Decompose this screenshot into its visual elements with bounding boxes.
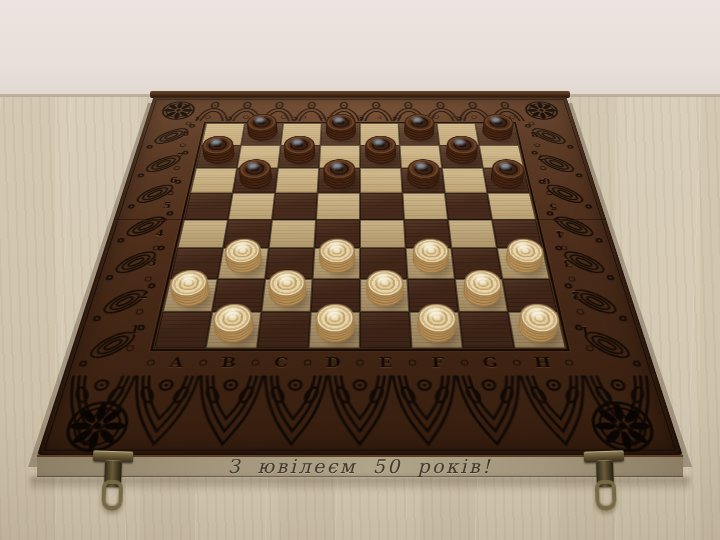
light-piece-d3[interactable]: [319, 251, 355, 276]
light-piece-f3[interactable]: [411, 251, 448, 276]
checkers-board: AABBCCDDEEFFGGHH1122334455667788: [37, 97, 683, 455]
dark-piece-b8[interactable]: [246, 126, 278, 143]
dark-piece-d8[interactable]: [325, 126, 355, 143]
file-label-d-top: D: [337, 114, 344, 119]
carved-ring-dot: [395, 115, 401, 118]
file-label-b-top: B: [261, 114, 268, 119]
light-piece-d1[interactable]: [315, 316, 354, 345]
dark-piece-f8[interactable]: [403, 126, 434, 143]
left-latch-bail: [101, 480, 123, 512]
file-label-c-top: C: [299, 114, 306, 119]
carved-ring-dot: [534, 143, 541, 147]
dark-piece-h8[interactable]: [480, 126, 513, 143]
light-piece-b3[interactable]: [224, 251, 263, 276]
rank-label-8-right: 8: [530, 131, 539, 138]
dark-piece-c7[interactable]: [283, 147, 315, 165]
left-latch: [88, 450, 137, 527]
dark-piece-g7[interactable]: [444, 147, 477, 165]
carved-ring-dot: [552, 217, 560, 222]
light-piece-c2[interactable]: [268, 282, 307, 309]
dark-piece-e7[interactable]: [365, 147, 396, 165]
carved-ring-dot: [471, 115, 478, 118]
light-piece-g2[interactable]: [461, 282, 501, 309]
file-label-f-top: F: [414, 114, 420, 119]
carved-ring-dot: [539, 166, 546, 170]
dark-piece-d6[interactable]: [323, 171, 355, 191]
light-piece-h1[interactable]: [515, 316, 559, 345]
file-label-e-top: E: [376, 114, 382, 119]
light-piece-f1[interactable]: [416, 316, 457, 345]
carved-ring-dot: [528, 122, 535, 125]
carved-ring-dot: [546, 191, 554, 195]
dark-piece-b6[interactable]: [238, 171, 272, 191]
file-label-h-top: H: [489, 114, 497, 119]
right-latch-bail: [594, 480, 616, 512]
dark-piece-h6[interactable]: [488, 171, 524, 191]
carved-ring-dot: [433, 115, 439, 118]
folding-seam-highlight: [113, 220, 606, 221]
light-piece-b1[interactable]: [213, 316, 255, 345]
carved-ring-dot: [357, 115, 363, 118]
file-label-a-top: A: [223, 114, 230, 119]
dark-piece-f6[interactable]: [406, 171, 439, 191]
dark-piece-a7[interactable]: [202, 147, 236, 165]
file-label-g-top: G: [451, 114, 459, 119]
carved-ring-dot: [509, 115, 516, 118]
light-piece-e2[interactable]: [366, 282, 403, 309]
light-piece-a2[interactable]: [169, 282, 211, 309]
right-latch: [581, 450, 630, 527]
